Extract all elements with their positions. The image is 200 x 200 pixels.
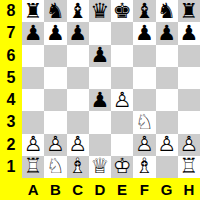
- square-c5[interactable]: [67, 67, 89, 89]
- rank-label-4: 4: [0, 89, 22, 111]
- rank-label-7: 7: [0, 22, 22, 44]
- square-e4[interactable]: ♟♙: [111, 89, 133, 111]
- square-d5[interactable]: [89, 67, 111, 89]
- square-f3[interactable]: ♞♘: [133, 111, 155, 133]
- square-c2[interactable]: ♟♙: [67, 134, 89, 156]
- square-e2[interactable]: [111, 134, 133, 156]
- square-g5[interactable]: [156, 67, 178, 89]
- piece-white-pawn[interactable]: ♟♙: [44, 134, 66, 156]
- file-label-e: E: [111, 178, 133, 200]
- piece-black-pawn[interactable]: ♟: [89, 45, 111, 67]
- piece-black-pawn[interactable]: ♟: [44, 22, 66, 44]
- square-e5[interactable]: [111, 67, 133, 89]
- square-d8[interactable]: ♛: [89, 0, 111, 22]
- piece-black-pawn[interactable]: ♟: [67, 22, 89, 44]
- square-e6[interactable]: [111, 45, 133, 67]
- white-pawn-icon: ♙: [156, 134, 178, 156]
- square-d3[interactable]: [89, 111, 111, 133]
- piece-white-bishop[interactable]: ♝♗: [67, 156, 89, 178]
- square-d6[interactable]: ♟: [89, 45, 111, 67]
- square-a5[interactable]: [22, 67, 44, 89]
- square-b3[interactable]: [44, 111, 66, 133]
- piece-black-pawn[interactable]: ♟: [89, 89, 111, 111]
- white-pawn-icon: ♙: [133, 134, 155, 156]
- square-c3[interactable]: [67, 111, 89, 133]
- square-g2[interactable]: ♟♙: [156, 134, 178, 156]
- square-a1[interactable]: ♜♖: [22, 156, 44, 178]
- white-pawn-icon: ♙: [178, 134, 200, 156]
- square-h5[interactable]: [178, 67, 200, 89]
- white-knight-icon: ♘: [133, 111, 155, 133]
- white-bishop-icon: ♗: [67, 156, 89, 178]
- square-h2[interactable]: ♟♙: [178, 134, 200, 156]
- piece-white-rook[interactable]: ♜♖: [22, 156, 44, 178]
- piece-black-pawn[interactable]: ♟: [22, 22, 44, 44]
- piece-black-pawn[interactable]: ♟: [133, 22, 155, 44]
- piece-black-knight[interactable]: ♞: [44, 0, 66, 22]
- square-e3[interactable]: [111, 111, 133, 133]
- square-a7[interactable]: ♟: [22, 22, 44, 44]
- piece-black-queen[interactable]: ♛: [89, 0, 111, 22]
- white-king-icon: ♔: [111, 156, 133, 178]
- rank-label-6: 6: [0, 45, 22, 67]
- square-f5[interactable]: [133, 67, 155, 89]
- square-b5[interactable]: [44, 67, 66, 89]
- square-a4[interactable]: [22, 89, 44, 111]
- square-g8[interactable]: ♞: [156, 0, 178, 22]
- square-c1[interactable]: ♝♗: [67, 156, 89, 178]
- file-label-c: C: [67, 178, 89, 200]
- rank-label-3: 3: [0, 111, 22, 133]
- square-c8[interactable]: ♝: [67, 0, 89, 22]
- square-d2[interactable]: [89, 134, 111, 156]
- square-a8[interactable]: ♜: [22, 0, 44, 22]
- square-h4[interactable]: [178, 89, 200, 111]
- square-c7[interactable]: ♟: [67, 22, 89, 44]
- square-a6[interactable]: [22, 45, 44, 67]
- piece-white-pawn[interactable]: ♟♙: [111, 89, 133, 111]
- file-label-g: G: [156, 178, 178, 200]
- square-e1[interactable]: ♚♔: [111, 156, 133, 178]
- white-pawn-icon: ♙: [67, 134, 89, 156]
- square-b4[interactable]: [44, 89, 66, 111]
- piece-black-pawn[interactable]: ♟: [178, 22, 200, 44]
- rank-label-5: 5: [0, 67, 22, 89]
- piece-white-pawn[interactable]: ♟♙: [67, 134, 89, 156]
- square-g4[interactable]: [156, 89, 178, 111]
- piece-white-knight[interactable]: ♞♘: [44, 156, 66, 178]
- square-b2[interactable]: ♟♙: [44, 134, 66, 156]
- rank-label-2: 2: [0, 134, 22, 156]
- file-label-d: D: [89, 178, 111, 200]
- white-rook-icon: ♖: [178, 156, 200, 178]
- piece-black-king[interactable]: ♚: [111, 0, 133, 22]
- white-knight-icon: ♘: [44, 156, 66, 178]
- piece-white-bishop[interactable]: ♝♗: [133, 156, 155, 178]
- square-c4[interactable]: [67, 89, 89, 111]
- piece-white-queen[interactable]: ♛♕: [89, 156, 111, 178]
- square-f2[interactable]: ♟♙: [133, 134, 155, 156]
- piece-white-pawn[interactable]: ♟♙: [156, 134, 178, 156]
- piece-white-pawn[interactable]: ♟♙: [133, 134, 155, 156]
- file-label-f: F: [133, 178, 155, 200]
- white-rook-icon: ♖: [22, 156, 44, 178]
- piece-black-knight[interactable]: ♞: [156, 0, 178, 22]
- square-a3[interactable]: [22, 111, 44, 133]
- square-h8[interactable]: ♜: [178, 0, 200, 22]
- white-pawn-icon: ♙: [22, 134, 44, 156]
- square-b7[interactable]: ♟: [44, 22, 66, 44]
- square-f6[interactable]: [133, 45, 155, 67]
- square-b1[interactable]: ♞♘: [44, 156, 66, 178]
- piece-white-pawn[interactable]: ♟♙: [22, 134, 44, 156]
- white-pawn-icon: ♙: [44, 134, 66, 156]
- square-f4[interactable]: [133, 89, 155, 111]
- square-b8[interactable]: ♞: [44, 0, 66, 22]
- square-c6[interactable]: [67, 45, 89, 67]
- square-a2[interactable]: ♟♙: [22, 134, 44, 156]
- square-d1[interactable]: ♛♕: [89, 156, 111, 178]
- square-g6[interactable]: [156, 45, 178, 67]
- piece-black-rook[interactable]: ♜: [22, 0, 44, 22]
- piece-black-bishop[interactable]: ♝: [133, 0, 155, 22]
- square-e8[interactable]: ♚: [111, 0, 133, 22]
- square-d4[interactable]: ♟: [89, 89, 111, 111]
- square-f8[interactable]: ♝: [133, 0, 155, 22]
- square-h6[interactable]: [178, 45, 200, 67]
- square-h7[interactable]: ♟: [178, 22, 200, 44]
- square-g3[interactable]: [156, 111, 178, 133]
- white-pawn-icon: ♙: [111, 89, 133, 111]
- white-bishop-icon: ♗: [133, 156, 155, 178]
- piece-white-king[interactable]: ♚♔: [111, 156, 133, 178]
- chess-board: 8♜♞♝♛♚♝♞♜7♟♟♟♟♟♟6♟54♟♟♙3♞♘2♟♙♟♙♟♙♟♙♟♙♟♙1…: [0, 0, 200, 200]
- piece-black-bishop[interactable]: ♝: [67, 0, 89, 22]
- square-e7[interactable]: [111, 22, 133, 44]
- corner-cell: [0, 178, 22, 200]
- square-d7[interactable]: [89, 22, 111, 44]
- piece-white-pawn[interactable]: ♟♙: [178, 134, 200, 156]
- piece-black-rook[interactable]: ♜: [178, 0, 200, 22]
- piece-white-knight[interactable]: ♞♘: [133, 111, 155, 133]
- square-g1[interactable]: [156, 156, 178, 178]
- square-g7[interactable]: ♟: [156, 22, 178, 44]
- file-label-h: H: [178, 178, 200, 200]
- file-label-a: A: [22, 178, 44, 200]
- white-queen-icon: ♕: [89, 156, 111, 178]
- square-h3[interactable]: [178, 111, 200, 133]
- piece-white-rook[interactable]: ♜♖: [178, 156, 200, 178]
- square-f1[interactable]: ♝♗: [133, 156, 155, 178]
- rank-label-1: 1: [0, 156, 22, 178]
- square-b6[interactable]: [44, 45, 66, 67]
- rank-label-8: 8: [0, 0, 22, 22]
- file-label-b: B: [44, 178, 66, 200]
- piece-black-pawn[interactable]: ♟: [156, 22, 178, 44]
- square-f7[interactable]: ♟: [133, 22, 155, 44]
- square-h1[interactable]: ♜♖: [178, 156, 200, 178]
